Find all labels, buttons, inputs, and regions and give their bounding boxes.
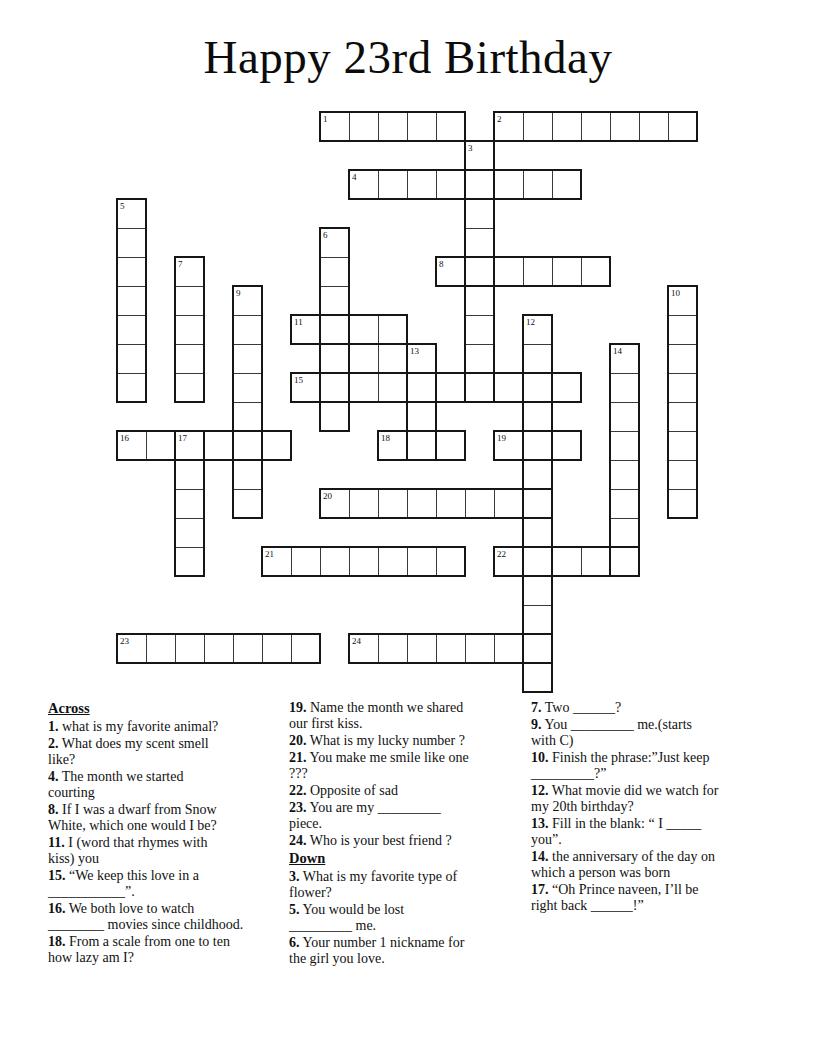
grid-cell[interactable]	[320, 402, 350, 432]
grid-cell[interactable]	[465, 315, 495, 345]
grid-cell[interactable]	[175, 373, 205, 403]
grid-cell[interactable]	[523, 402, 553, 432]
grid-cell[interactable]	[407, 112, 437, 142]
grid-cell[interactable]	[494, 257, 524, 287]
clue-number: 23.	[289, 800, 307, 815]
clue-item-3: 3. What is my favorite type of flower?	[289, 869, 523, 901]
clue-number: 9.	[531, 717, 542, 732]
grid-cell[interactable]	[668, 286, 698, 316]
grid-cell[interactable]	[320, 344, 350, 374]
grid-cell[interactable]	[523, 112, 553, 142]
grid-cell[interactable]	[320, 286, 350, 316]
grid-cell[interactable]	[610, 373, 640, 403]
clue-text: From a scale from one to ten how lazy am…	[48, 934, 230, 965]
grid-cell[interactable]	[610, 489, 640, 519]
grid-cell[interactable]	[233, 373, 263, 403]
grid-cell[interactable]	[581, 547, 611, 577]
grid-cell[interactable]	[523, 344, 553, 374]
grid-cell[interactable]	[378, 547, 408, 577]
clue-number: 16.	[48, 901, 66, 916]
clue-text: You make me smile like one ???	[289, 750, 469, 781]
clue-column-2: 19. Name the month we shared our first k…	[289, 700, 531, 968]
grid-cell[interactable]	[117, 199, 147, 229]
clue-item-14: 14. the anniversary of the day on which …	[531, 849, 760, 881]
clues-section: Across1. what is my favorite animal?2. W…	[48, 700, 768, 968]
clue-text: Opposite of sad	[307, 783, 398, 798]
grid-cell[interactable]	[291, 547, 321, 577]
grid-cell[interactable]	[291, 373, 321, 403]
grid-cell[interactable]	[175, 431, 205, 461]
grid-cell[interactable]	[320, 112, 350, 142]
clue-text: You would be lost _________ me.	[289, 902, 404, 933]
clue-column-3: 7. Two ______?9. You _________ me.(start…	[531, 700, 768, 968]
clue-item-13: 13. Fill in the blank: “ I _____ you”.	[531, 816, 760, 848]
grid-cell[interactable]	[407, 402, 437, 432]
clue-number: 1.	[48, 719, 59, 734]
clue-item-7: 7. Two ______?	[531, 700, 760, 716]
grid-cell[interactable]	[262, 634, 292, 664]
grid-cell[interactable]	[291, 634, 321, 664]
grid-cell[interactable]	[610, 344, 640, 374]
clue-text: We both love to watch ________ movies si…	[48, 901, 243, 932]
grid-cell[interactable]	[523, 489, 553, 519]
grid-cell[interactable]	[117, 286, 147, 316]
grid-cell[interactable]	[523, 605, 553, 635]
grid-cell[interactable]	[523, 663, 553, 693]
clue-text: Fill in the blank: “ I _____ you”.	[531, 816, 701, 847]
clue-item-19: 19. Name the month we shared our first k…	[289, 700, 523, 732]
grid-cell[interactable]	[552, 112, 582, 142]
grid-cell[interactable]	[436, 257, 466, 287]
grid-cell[interactable]	[465, 170, 495, 200]
grid-cell[interactable]	[378, 315, 408, 345]
grid-cell[interactable]	[552, 431, 582, 461]
grid-cell[interactable]	[349, 170, 379, 200]
clue-item-10: 10. Finish the phrase:”Just keep _______…	[531, 750, 760, 782]
grid-cell[interactable]	[233, 315, 263, 345]
grid-cell[interactable]	[639, 112, 669, 142]
grid-cell[interactable]	[668, 489, 698, 519]
clue-number: 2.	[48, 736, 59, 751]
clue-item-15: 15. “We keep this love in a ___________”…	[48, 868, 281, 900]
grid-cell[interactable]	[204, 431, 234, 461]
grid-cell[interactable]	[320, 373, 350, 403]
grid-cell[interactable]	[668, 402, 698, 432]
grid-cell[interactable]	[233, 460, 263, 490]
clue-text: Two ______?	[542, 700, 622, 715]
grid-cell[interactable]	[262, 547, 292, 577]
grid-cell[interactable]	[523, 431, 553, 461]
grid-cell[interactable]	[349, 489, 379, 519]
grid-cell[interactable]	[117, 431, 147, 461]
grid-cell[interactable]	[378, 489, 408, 519]
clue-number: 4.	[48, 769, 59, 784]
clue-text: What does my scent smell like?	[48, 736, 209, 767]
clue-text: The month we started courting	[48, 769, 183, 800]
grid-cell[interactable]	[262, 431, 292, 461]
clue-column-1: Across1. what is my favorite animal?2. W…	[48, 700, 289, 968]
clue-number: 24.	[289, 833, 307, 848]
grid-cell[interactable]	[175, 344, 205, 374]
grid-cell[interactable]	[378, 373, 408, 403]
clue-number: 7.	[531, 700, 542, 715]
clue-item-1: 1. what is my favorite animal?	[48, 719, 281, 735]
grid-cell[interactable]	[349, 373, 379, 403]
clue-number: 21.	[289, 750, 307, 765]
grid-cell[interactable]	[407, 431, 437, 461]
clue-text: “Oh Prince naveen, I’ll be right back __…	[531, 882, 699, 913]
clue-number: 11.	[48, 835, 65, 850]
grid-cell[interactable]	[610, 431, 640, 461]
grid-cell[interactable]	[233, 402, 263, 432]
grid-cell[interactable]	[465, 373, 495, 403]
clue-text: You are my _________ piece.	[289, 800, 441, 831]
grid-cell[interactable]	[610, 402, 640, 432]
grid-cell[interactable]	[378, 112, 408, 142]
clue-number: 3.	[289, 869, 300, 884]
grid-cell[interactable]	[204, 634, 234, 664]
grid-cell[interactable]	[523, 634, 553, 664]
grid-cell[interactable]	[552, 373, 582, 403]
clue-text: the anniversary of the day on which a pe…	[531, 849, 715, 880]
grid-cell[interactable]	[436, 634, 466, 664]
grid-cell[interactable]	[494, 112, 524, 142]
grid-cell[interactable]	[117, 315, 147, 345]
grid-cell[interactable]	[349, 634, 379, 664]
clue-text: You _________ me.(starts with C)	[531, 717, 692, 748]
grid-cell[interactable]	[465, 228, 495, 258]
grid-cell[interactable]	[349, 344, 379, 374]
clue-number: 13.	[531, 816, 549, 831]
clue-number: 12.	[531, 783, 549, 798]
clue-number: 5.	[289, 902, 300, 917]
clue-item-23: 23. You are my _________ piece.	[289, 800, 523, 832]
grid-cell[interactable]	[552, 257, 582, 287]
clue-item-5: 5. You would be lost _________ me.	[289, 902, 523, 934]
grid-cell[interactable]	[494, 431, 524, 461]
clue-item-6: 6. Your number 1 nickname for the girl y…	[289, 935, 523, 967]
grid-cell[interactable]	[465, 344, 495, 374]
grid-cell[interactable]	[320, 257, 350, 287]
grid-cell[interactable]	[523, 315, 553, 345]
clue-text: What is my lucky number ?	[307, 733, 465, 748]
clue-number: 15.	[48, 868, 66, 883]
grid-cell[interactable]	[465, 489, 495, 519]
grid-cell[interactable]	[552, 170, 582, 200]
grid-cell[interactable]	[233, 286, 263, 316]
clue-text: what is my favorite animal?	[59, 719, 219, 734]
clue-text: I (word that rhymes with kiss) you	[48, 835, 207, 866]
grid-cell[interactable]	[465, 257, 495, 287]
grid-cell[interactable]	[117, 257, 147, 287]
grid-cell[interactable]	[523, 373, 553, 403]
grid-cell[interactable]	[494, 634, 524, 664]
clue-text: Who is your best friend ?	[307, 833, 452, 848]
clue-number: 6.	[289, 935, 300, 950]
grid-cell[interactable]	[407, 547, 437, 577]
clue-header-down: Down	[289, 850, 523, 867]
clue-number: 10.	[531, 750, 549, 765]
clue-item-24: 24. Who is your best friend ?	[289, 833, 523, 849]
grid-cell[interactable]	[378, 431, 408, 461]
clue-text: If I was a dwarf from Snow White, which …	[48, 802, 217, 833]
grid-cell[interactable]	[523, 257, 553, 287]
clue-item-21: 21. You make me smile like one ???	[289, 750, 523, 782]
grid-cell[interactable]	[175, 257, 205, 287]
grid-cell[interactable]	[494, 170, 524, 200]
grid-cell[interactable]	[436, 547, 466, 577]
clue-number: 14.	[531, 849, 549, 864]
grid-cell[interactable]	[610, 460, 640, 490]
grid-cell[interactable]	[146, 634, 176, 664]
grid-cell[interactable]	[668, 315, 698, 345]
grid-cell[interactable]	[320, 489, 350, 519]
grid-cell[interactable]	[436, 170, 466, 200]
clue-item-18: 18. From a scale from one to ten how laz…	[48, 934, 281, 966]
clue-number: 20.	[289, 733, 307, 748]
grid-cell[interactable]	[175, 315, 205, 345]
grid-cell[interactable]	[117, 228, 147, 258]
grid-cell[interactable]	[233, 344, 263, 374]
clue-item-8: 8. If I was a dwarf from Snow White, whi…	[48, 802, 281, 834]
grid-cell[interactable]	[117, 344, 147, 374]
grid-cell[interactable]	[581, 112, 611, 142]
grid-cell[interactable]	[378, 170, 408, 200]
grid-cell[interactable]	[436, 431, 466, 461]
grid-cell[interactable]	[146, 431, 176, 461]
grid-cell[interactable]	[494, 373, 524, 403]
grid-cell[interactable]	[320, 547, 350, 577]
grid-cell[interactable]	[581, 257, 611, 287]
grid-cell[interactable]	[320, 315, 350, 345]
grid-cell[interactable]	[436, 112, 466, 142]
clue-text: Your number 1 nickname for the girl you …	[289, 935, 464, 966]
clue-number: 17.	[531, 882, 549, 897]
grid-cell[interactable]	[117, 373, 147, 403]
grid-cell[interactable]	[610, 112, 640, 142]
grid-cell[interactable]	[349, 112, 379, 142]
grid-cell[interactable]	[610, 547, 640, 577]
grid-cell[interactable]	[523, 547, 553, 577]
grid-cell[interactable]	[175, 460, 205, 490]
grid-cell[interactable]	[523, 518, 553, 548]
grid-cell[interactable]	[378, 344, 408, 374]
grid-cell[interactable]	[407, 489, 437, 519]
grid-cell[interactable]	[291, 315, 321, 345]
grid-cell[interactable]	[465, 634, 495, 664]
grid-cell[interactable]	[668, 373, 698, 403]
grid-cell[interactable]	[175, 489, 205, 519]
clue-item-4: 4. The month we started courting	[48, 769, 281, 801]
clue-number: 8.	[48, 802, 59, 817]
grid-cell[interactable]	[668, 112, 698, 142]
grid-cell[interactable]	[233, 489, 263, 519]
grid-cell[interactable]	[175, 634, 205, 664]
clue-item-11: 11. I (word that rhymes with kiss) you	[48, 835, 281, 867]
clue-text: Finish the phrase:”Just keep _________?”	[531, 750, 709, 781]
clue-item-12: 12. What movie did we watch for my 20th …	[531, 783, 760, 815]
clue-number: 18.	[48, 934, 66, 949]
grid-cell[interactable]	[175, 518, 205, 548]
grid-cell[interactable]	[494, 489, 524, 519]
clue-item-17: 17. “Oh Prince naveen, I’ll be right bac…	[531, 882, 760, 914]
grid-cell[interactable]	[552, 547, 582, 577]
grid-cell[interactable]	[668, 431, 698, 461]
clue-item-2: 2. What does my scent smell like?	[48, 736, 281, 768]
clue-item-16: 16. We both love to watch ________ movie…	[48, 901, 281, 933]
grid-cell[interactable]	[378, 634, 408, 664]
crossword-grid: 123456789101112131415161718192021222324	[117, 112, 697, 692]
grid-cell[interactable]	[436, 489, 466, 519]
grid-cell[interactable]	[233, 431, 263, 461]
grid-cell[interactable]	[349, 547, 379, 577]
clue-text: What is my favorite type of flower?	[289, 869, 457, 900]
clue-text: Name the month we shared our first kiss.	[289, 700, 463, 731]
clue-header-across: Across	[48, 700, 281, 717]
clue-number: 19.	[289, 700, 307, 715]
grid-cell[interactable]	[523, 170, 553, 200]
grid-cell[interactable]	[407, 634, 437, 664]
grid-cell[interactable]	[523, 576, 553, 606]
grid-cell[interactable]	[465, 199, 495, 229]
grid-cell[interactable]	[465, 286, 495, 316]
grid-cell[interactable]	[668, 460, 698, 490]
grid-cell[interactable]	[465, 141, 495, 171]
clue-text: “We keep this love in a ___________”.	[48, 868, 199, 899]
grid-cell[interactable]	[117, 634, 147, 664]
grid-cell[interactable]	[494, 547, 524, 577]
grid-cell[interactable]	[610, 518, 640, 548]
grid-cell[interactable]	[175, 286, 205, 316]
grid-cell[interactable]	[349, 315, 379, 345]
clue-item-20: 20. What is my lucky number ?	[289, 733, 523, 749]
grid-cell[interactable]	[175, 547, 205, 577]
grid-cell[interactable]	[320, 228, 350, 258]
clue-text: What movie did we watch for my 20th birt…	[531, 783, 719, 814]
clue-number: 22.	[289, 783, 307, 798]
clue-item-9: 9. You _________ me.(starts with C)	[531, 717, 760, 749]
puzzle-title: Happy 23rd Birthday	[0, 30, 816, 84]
grid-cell[interactable]	[668, 344, 698, 374]
grid-cell[interactable]	[407, 170, 437, 200]
grid-cell[interactable]	[233, 634, 263, 664]
grid-cell[interactable]	[407, 344, 437, 374]
clue-item-22: 22. Opposite of sad	[289, 783, 523, 799]
grid-cell[interactable]	[407, 373, 437, 403]
grid-cell[interactable]	[436, 373, 466, 403]
grid-cell[interactable]	[523, 460, 553, 490]
